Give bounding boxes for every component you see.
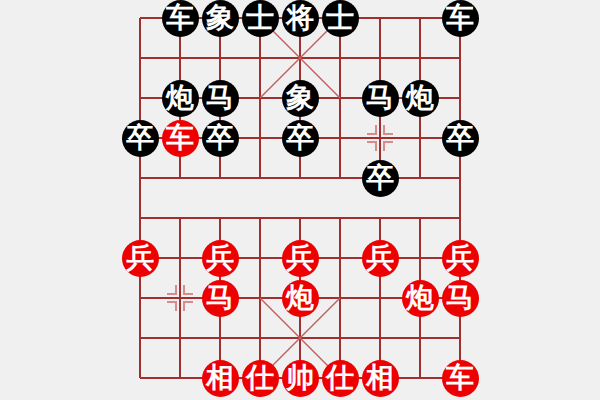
piece-black-soldier[interactable]: 卒 (282, 120, 319, 157)
piece-black-soldier[interactable]: 卒 (442, 120, 479, 157)
piece-red-advisor[interactable]: 仕 (242, 360, 279, 397)
piece-red-elephant[interactable]: 相 (202, 360, 239, 397)
piece-black-soldier[interactable]: 卒 (362, 160, 399, 197)
piece-black-advisor[interactable]: 士 (322, 0, 359, 37)
piece-black-elephant[interactable]: 象 (202, 0, 239, 37)
pieces-layer: 车象士将士车炮马象马炮卒车卒卒卒卒兵兵兵兵兵马炮炮马相仕帅仕相车 (120, 0, 480, 398)
piece-red-cannon[interactable]: 炮 (402, 280, 439, 317)
piece-red-soldier[interactable]: 兵 (442, 240, 479, 277)
piece-red-soldier[interactable]: 兵 (202, 240, 239, 277)
piece-black-general[interactable]: 将 (282, 0, 319, 37)
piece-black-advisor[interactable]: 士 (242, 0, 279, 37)
piece-red-soldier[interactable]: 兵 (122, 240, 159, 277)
piece-red-chariot[interactable]: 车 (162, 120, 199, 157)
piece-black-cannon[interactable]: 炮 (162, 80, 199, 117)
piece-red-soldier[interactable]: 兵 (282, 240, 319, 277)
piece-red-cannon[interactable]: 炮 (282, 280, 319, 317)
piece-black-soldier[interactable]: 卒 (122, 120, 159, 157)
piece-black-cannon[interactable]: 炮 (402, 80, 439, 117)
piece-black-horse[interactable]: 马 (202, 80, 239, 117)
piece-red-soldier[interactable]: 兵 (362, 240, 399, 277)
piece-black-horse[interactable]: 马 (362, 80, 399, 117)
piece-black-chariot[interactable]: 车 (162, 0, 199, 37)
piece-black-elephant[interactable]: 象 (282, 80, 319, 117)
xiangqi-board: 车象士将士车炮马象马炮卒车卒卒卒卒兵兵兵兵兵马炮炮马相仕帅仕相车 (0, 0, 600, 400)
piece-red-elephant[interactable]: 相 (362, 360, 399, 397)
piece-black-chariot[interactable]: 车 (442, 0, 479, 37)
piece-black-soldier[interactable]: 卒 (202, 120, 239, 157)
piece-red-general[interactable]: 帅 (282, 360, 319, 397)
piece-red-horse[interactable]: 马 (202, 280, 239, 317)
piece-red-horse[interactable]: 马 (442, 280, 479, 317)
piece-red-chariot[interactable]: 车 (442, 360, 479, 397)
piece-red-advisor[interactable]: 仕 (322, 360, 359, 397)
